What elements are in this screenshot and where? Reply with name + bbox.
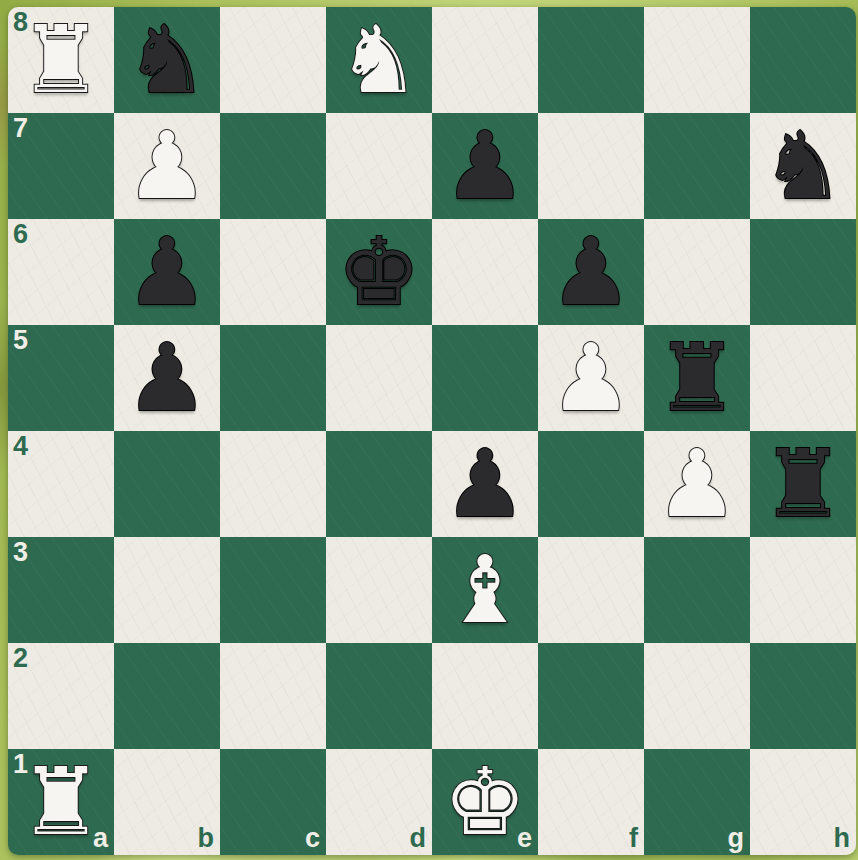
square-c1[interactable]: c xyxy=(220,749,326,855)
square-f2[interactable] xyxy=(538,643,644,749)
square-g1[interactable]: g xyxy=(644,749,750,855)
square-b5[interactable]: ♟ xyxy=(114,325,220,431)
square-e5[interactable] xyxy=(432,325,538,431)
square-c7[interactable] xyxy=(220,113,326,219)
square-h1[interactable]: h xyxy=(750,749,856,855)
square-b7[interactable]: ♟ xyxy=(114,113,220,219)
square-e6[interactable] xyxy=(432,219,538,325)
square-a3[interactable]: 3 xyxy=(8,537,114,643)
square-g5[interactable]: ♜ xyxy=(644,325,750,431)
square-d3[interactable] xyxy=(326,537,432,643)
square-d8[interactable]: ♞ xyxy=(326,7,432,113)
square-f6[interactable]: ♟ xyxy=(538,219,644,325)
black-knight[interactable]: ♞ xyxy=(750,113,856,219)
file-label-f: f xyxy=(629,825,638,852)
square-a5[interactable]: 5 xyxy=(8,325,114,431)
rank-label-5: 5 xyxy=(13,327,28,354)
square-h8[interactable] xyxy=(750,7,856,113)
rank-label-6: 6 xyxy=(13,221,28,248)
square-d2[interactable] xyxy=(326,643,432,749)
square-a6[interactable]: 6 xyxy=(8,219,114,325)
square-f4[interactable] xyxy=(538,431,644,537)
black-king[interactable]: ♚ xyxy=(326,219,432,325)
white-bishop[interactable]: ♝ xyxy=(432,537,538,643)
square-b8[interactable]: ♞ xyxy=(114,7,220,113)
square-a8[interactable]: 8♜ xyxy=(8,7,114,113)
square-d7[interactable] xyxy=(326,113,432,219)
square-e8[interactable] xyxy=(432,7,538,113)
square-c4[interactable] xyxy=(220,431,326,537)
square-g8[interactable] xyxy=(644,7,750,113)
black-pawn[interactable]: ♟ xyxy=(114,325,220,431)
square-e7[interactable]: ♟ xyxy=(432,113,538,219)
square-c5[interactable] xyxy=(220,325,326,431)
square-f7[interactable] xyxy=(538,113,644,219)
square-b3[interactable] xyxy=(114,537,220,643)
square-e3[interactable]: ♝ xyxy=(432,537,538,643)
square-a7[interactable]: 7 xyxy=(8,113,114,219)
white-rook[interactable]: ♜ xyxy=(8,7,114,113)
square-b2[interactable] xyxy=(114,643,220,749)
square-h7[interactable]: ♞ xyxy=(750,113,856,219)
rank-label-4: 4 xyxy=(13,433,28,460)
rank-label-7: 7 xyxy=(13,115,28,142)
file-label-b: b xyxy=(198,825,215,852)
black-rook[interactable]: ♜ xyxy=(644,325,750,431)
square-g4[interactable]: ♟ xyxy=(644,431,750,537)
square-h2[interactable] xyxy=(750,643,856,749)
square-d6[interactable]: ♚ xyxy=(326,219,432,325)
square-a4[interactable]: 4 xyxy=(8,431,114,537)
file-label-g: g xyxy=(728,825,745,852)
black-pawn[interactable]: ♟ xyxy=(114,219,220,325)
square-c6[interactable] xyxy=(220,219,326,325)
white-king[interactable]: ♚ xyxy=(432,749,538,855)
square-h3[interactable] xyxy=(750,537,856,643)
white-knight[interactable]: ♞ xyxy=(326,7,432,113)
square-g7[interactable] xyxy=(644,113,750,219)
square-f5[interactable]: ♟ xyxy=(538,325,644,431)
chess-board: 8♜♞♞7♟♟♞6♟♚♟5♟♟♜4♟♟♜3♝21a♜bcde♚fgh xyxy=(8,7,856,855)
square-e4[interactable]: ♟ xyxy=(432,431,538,537)
square-f8[interactable] xyxy=(538,7,644,113)
square-b1[interactable]: b xyxy=(114,749,220,855)
square-a2[interactable]: 2 xyxy=(8,643,114,749)
black-knight[interactable]: ♞ xyxy=(114,7,220,113)
square-e2[interactable] xyxy=(432,643,538,749)
square-h6[interactable] xyxy=(750,219,856,325)
square-c3[interactable] xyxy=(220,537,326,643)
black-rook[interactable]: ♜ xyxy=(750,431,856,537)
file-label-h: h xyxy=(834,825,851,852)
square-f3[interactable] xyxy=(538,537,644,643)
file-label-d: d xyxy=(410,825,427,852)
square-f1[interactable]: f xyxy=(538,749,644,855)
square-c8[interactable] xyxy=(220,7,326,113)
square-d5[interactable] xyxy=(326,325,432,431)
square-a1[interactable]: 1a♜ xyxy=(8,749,114,855)
file-label-c: c xyxy=(305,825,320,852)
rank-label-2: 2 xyxy=(13,645,28,672)
black-pawn[interactable]: ♟ xyxy=(538,219,644,325)
rank-label-3: 3 xyxy=(13,539,28,566)
square-h5[interactable] xyxy=(750,325,856,431)
square-d1[interactable]: d xyxy=(326,749,432,855)
white-pawn[interactable]: ♟ xyxy=(114,113,220,219)
square-e1[interactable]: e♚ xyxy=(432,749,538,855)
white-pawn[interactable]: ♟ xyxy=(644,431,750,537)
square-g3[interactable] xyxy=(644,537,750,643)
square-b6[interactable]: ♟ xyxy=(114,219,220,325)
black-pawn[interactable]: ♟ xyxy=(432,431,538,537)
square-g2[interactable] xyxy=(644,643,750,749)
square-h4[interactable]: ♜ xyxy=(750,431,856,537)
square-c2[interactable] xyxy=(220,643,326,749)
black-pawn[interactable]: ♟ xyxy=(432,113,538,219)
square-g6[interactable] xyxy=(644,219,750,325)
white-pawn[interactable]: ♟ xyxy=(538,325,644,431)
square-b4[interactable] xyxy=(114,431,220,537)
square-d4[interactable] xyxy=(326,431,432,537)
white-rook[interactable]: ♜ xyxy=(8,749,114,855)
